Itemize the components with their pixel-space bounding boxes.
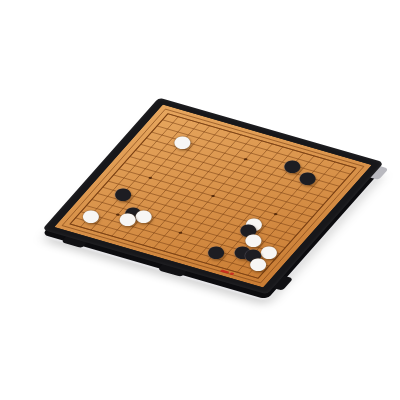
go-board-product-photo: ●●●●●●●●●●●●●●●● [0, 0, 400, 400]
white-stone: ● [83, 210, 99, 222]
white-stone: ● [120, 212, 136, 224]
go-board [41, 98, 383, 295]
white-stone: ● [136, 209, 152, 221]
white-stone: ● [250, 258, 266, 270]
black-stone: ● [115, 188, 131, 200]
white-stone: ● [174, 136, 190, 148]
black-stone: ● [208, 246, 224, 258]
black-stone: ● [300, 172, 316, 184]
